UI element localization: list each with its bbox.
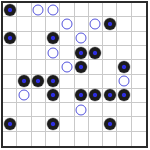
board-cell-r8c5[interactable] bbox=[75, 117, 89, 131]
black-pearl bbox=[118, 89, 130, 101]
board-cell-r9c1[interactable] bbox=[17, 132, 31, 146]
board-cell-r8c3[interactable] bbox=[46, 117, 60, 131]
board-cell-r8c6[interactable] bbox=[89, 117, 103, 131]
board-cell-r1c3[interactable] bbox=[46, 17, 60, 31]
board-cell-r8c1[interactable] bbox=[17, 117, 31, 131]
board-cell-r0c0[interactable] bbox=[3, 3, 17, 17]
board-cell-r4c0[interactable] bbox=[3, 60, 17, 74]
black-pearl bbox=[75, 61, 87, 73]
board-cell-r7c3[interactable] bbox=[46, 103, 60, 117]
black-pearl bbox=[32, 75, 44, 87]
board-cell-r4c7[interactable] bbox=[103, 60, 117, 74]
board-cell-r6c3[interactable] bbox=[46, 89, 60, 103]
board-cell-r2c6[interactable] bbox=[89, 32, 103, 46]
board-cell-r7c7[interactable] bbox=[103, 103, 117, 117]
board-cell-r0c4[interactable] bbox=[60, 3, 74, 17]
black-pearl bbox=[47, 89, 59, 101]
board-cell-r4c2[interactable] bbox=[32, 60, 46, 74]
board-cell-r2c1[interactable] bbox=[17, 32, 31, 46]
board-cell-r1c1[interactable] bbox=[17, 17, 31, 31]
board-cell-r5c6[interactable] bbox=[89, 75, 103, 89]
board-cell-r9c4[interactable] bbox=[60, 132, 74, 146]
board-cell-r7c0[interactable] bbox=[3, 103, 17, 117]
board-cell-r2c7[interactable] bbox=[103, 32, 117, 46]
white-pearl bbox=[47, 47, 58, 58]
board-cell-r9c7[interactable] bbox=[103, 132, 117, 146]
white-pearl bbox=[61, 18, 72, 29]
board-cell-r3c1[interactable] bbox=[17, 46, 31, 60]
white-pearl bbox=[61, 61, 72, 72]
board-cell-r6c7[interactable] bbox=[103, 89, 117, 103]
black-pearl bbox=[89, 89, 101, 101]
board-cell-r0c2[interactable] bbox=[32, 3, 46, 17]
board-cell-r6c8[interactable] bbox=[117, 89, 131, 103]
board-cell-r9c2[interactable] bbox=[32, 132, 46, 146]
board-cell-r2c4[interactable] bbox=[60, 32, 74, 46]
board-cell-r7c5[interactable] bbox=[75, 103, 89, 117]
board-cell-r9c3[interactable] bbox=[46, 132, 60, 146]
board-cell-r0c8[interactable] bbox=[117, 3, 131, 17]
board-cell-r3c9[interactable] bbox=[132, 46, 146, 60]
white-pearl bbox=[90, 18, 101, 29]
black-pearl bbox=[75, 89, 87, 101]
board-cell-r1c9[interactable] bbox=[132, 17, 146, 31]
board-cell-r3c6[interactable] bbox=[89, 46, 103, 60]
black-pearl bbox=[104, 18, 116, 30]
board-cell-r3c2[interactable] bbox=[32, 46, 46, 60]
board-cell-r8c4[interactable] bbox=[60, 117, 74, 131]
black-pearl bbox=[4, 4, 16, 16]
board-cell-r6c2[interactable] bbox=[32, 89, 46, 103]
board-cell-r9c6[interactable] bbox=[89, 132, 103, 146]
board-cell-r4c3[interactable] bbox=[46, 60, 60, 74]
board-cell-r3c7[interactable] bbox=[103, 46, 117, 60]
board-cell-r3c8[interactable] bbox=[117, 46, 131, 60]
board-cell-r5c1[interactable] bbox=[17, 75, 31, 89]
white-pearl bbox=[18, 90, 29, 101]
white-pearl bbox=[33, 4, 44, 15]
board-cell-r1c4[interactable] bbox=[60, 17, 74, 31]
board-cell-r7c8[interactable] bbox=[117, 103, 131, 117]
black-pearl bbox=[4, 32, 16, 44]
board-cell-r0c6[interactable] bbox=[89, 3, 103, 17]
board-cell-r6c4[interactable] bbox=[60, 89, 74, 103]
black-pearl bbox=[104, 118, 116, 130]
board-cell-r4c9[interactable] bbox=[132, 60, 146, 74]
board-cell-r3c4[interactable] bbox=[60, 46, 74, 60]
masyu-board bbox=[1, 1, 148, 148]
black-pearl bbox=[47, 118, 59, 130]
board-cell-r1c5[interactable] bbox=[75, 17, 89, 31]
white-pearl bbox=[47, 4, 58, 15]
board-cell-r5c0[interactable] bbox=[3, 75, 17, 89]
board-cell-r2c9[interactable] bbox=[132, 32, 146, 46]
board-cell-r6c6[interactable] bbox=[89, 89, 103, 103]
board-cell-r2c8[interactable] bbox=[117, 32, 131, 46]
board-cell-r3c5[interactable] bbox=[75, 46, 89, 60]
board-cell-r0c5[interactable] bbox=[75, 3, 89, 17]
board-cell-r8c7[interactable] bbox=[103, 117, 117, 131]
board-cell-r0c3[interactable] bbox=[46, 3, 60, 17]
board-cell-r8c8[interactable] bbox=[117, 117, 131, 131]
white-pearl bbox=[119, 76, 130, 87]
board-cell-r5c9[interactable] bbox=[132, 75, 146, 89]
board-cell-r4c5[interactable] bbox=[75, 60, 89, 74]
black-pearl bbox=[89, 47, 101, 59]
board-cell-r4c8[interactable] bbox=[117, 60, 131, 74]
black-pearl bbox=[47, 32, 59, 44]
board-cell-r7c4[interactable] bbox=[60, 103, 74, 117]
board-cell-r1c8[interactable] bbox=[117, 17, 131, 31]
white-pearl bbox=[76, 33, 87, 44]
board-cell-r1c0[interactable] bbox=[3, 17, 17, 31]
board-cell-r9c0[interactable] bbox=[3, 132, 17, 146]
board-cell-r7c1[interactable] bbox=[17, 103, 31, 117]
board-cell-r4c1[interactable] bbox=[17, 60, 31, 74]
board-cell-r7c2[interactable] bbox=[32, 103, 46, 117]
board-cell-r5c2[interactable] bbox=[32, 75, 46, 89]
board-cell-r8c0[interactable] bbox=[3, 117, 17, 131]
board-cell-r2c3[interactable] bbox=[46, 32, 60, 46]
board-cell-r6c9[interactable] bbox=[132, 89, 146, 103]
board-cell-r9c8[interactable] bbox=[117, 132, 131, 146]
board-cell-r0c7[interactable] bbox=[103, 3, 117, 17]
board-cell-r6c0[interactable] bbox=[3, 89, 17, 103]
board-cell-r5c8[interactable] bbox=[117, 75, 131, 89]
board-cell-r6c5[interactable] bbox=[75, 89, 89, 103]
board-cell-r5c7[interactable] bbox=[103, 75, 117, 89]
board-cell-r9c9[interactable] bbox=[132, 132, 146, 146]
board-cell-r1c6[interactable] bbox=[89, 17, 103, 31]
board-cell-r9c5[interactable] bbox=[75, 132, 89, 146]
board-cell-r0c1[interactable] bbox=[17, 3, 31, 17]
white-pearl bbox=[76, 104, 87, 115]
board-cell-r8c9[interactable] bbox=[132, 117, 146, 131]
board-cell-r3c3[interactable] bbox=[46, 46, 60, 60]
board-cell-r3c0[interactable] bbox=[3, 46, 17, 60]
board-cell-r1c2[interactable] bbox=[32, 17, 46, 31]
board-cell-r4c4[interactable] bbox=[60, 60, 74, 74]
board-cell-r5c4[interactable] bbox=[60, 75, 74, 89]
board-cell-r2c2[interactable] bbox=[32, 32, 46, 46]
board-cell-r0c9[interactable] bbox=[132, 3, 146, 17]
black-pearl bbox=[4, 118, 16, 130]
board-cell-r2c5[interactable] bbox=[75, 32, 89, 46]
black-pearl bbox=[75, 47, 87, 59]
board-cell-r1c7[interactable] bbox=[103, 17, 117, 31]
board-cell-r4c6[interactable] bbox=[89, 60, 103, 74]
puzzle-stage bbox=[0, 0, 150, 150]
board-cell-r5c5[interactable] bbox=[75, 75, 89, 89]
board-cell-r6c1[interactable] bbox=[17, 89, 31, 103]
board-cell-r2c0[interactable] bbox=[3, 32, 17, 46]
board-cell-r8c2[interactable] bbox=[32, 117, 46, 131]
black-pearl bbox=[47, 75, 59, 87]
black-pearl bbox=[104, 89, 116, 101]
board-cell-r7c9[interactable] bbox=[132, 103, 146, 117]
black-pearl bbox=[118, 61, 130, 73]
board-cell-r7c6[interactable] bbox=[89, 103, 103, 117]
black-pearl bbox=[18, 75, 30, 87]
board-cell-r5c3[interactable] bbox=[46, 75, 60, 89]
